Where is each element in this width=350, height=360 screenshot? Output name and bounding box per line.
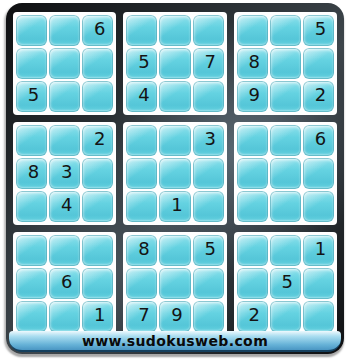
cell-r1c2[interactable] <box>49 15 80 46</box>
cell-r5c3[interactable] <box>82 158 113 189</box>
cell-r7c3[interactable] <box>82 235 113 266</box>
cell-r4c6[interactable]: 3 <box>193 125 224 156</box>
cell-digit: 1 <box>171 196 182 214</box>
cell-r5c1[interactable]: 8 <box>16 158 47 189</box>
cell-r3c3[interactable] <box>82 81 113 112</box>
cell-r9c1[interactable] <box>16 301 47 332</box>
cell-digit: 4 <box>61 196 72 214</box>
sudoku-board: 65 574 5892 2834 31 6 61 8579 152 <box>13 12 337 335</box>
sudoku-box: 61 <box>13 232 116 335</box>
cell-r8c7[interactable] <box>237 268 268 299</box>
cell-r4c7[interactable] <box>237 125 268 156</box>
cell-r5c6[interactable] <box>193 158 224 189</box>
cell-r3c1[interactable]: 5 <box>16 81 47 112</box>
cell-digit: 2 <box>315 86 326 104</box>
cell-r2c2[interactable] <box>49 48 80 79</box>
cell-r9c5[interactable]: 9 <box>159 301 190 332</box>
cell-r5c5[interactable] <box>159 158 190 189</box>
cell-r8c6[interactable] <box>193 268 224 299</box>
cell-digit: 5 <box>315 20 326 38</box>
cell-r2c7[interactable]: 8 <box>237 48 268 79</box>
cell-r4c9[interactable]: 6 <box>303 125 334 156</box>
cell-r2c3[interactable] <box>82 48 113 79</box>
cell-digit: 3 <box>204 130 215 148</box>
cell-digit: 2 <box>94 130 105 148</box>
cell-r2c4[interactable]: 5 <box>126 48 157 79</box>
cell-r6c4[interactable] <box>126 191 157 222</box>
cell-digit: 3 <box>61 163 72 181</box>
cell-digit: 4 <box>138 86 149 104</box>
cell-r2c8[interactable] <box>270 48 301 79</box>
cell-digit: 8 <box>28 163 39 181</box>
cell-r3c4[interactable]: 4 <box>126 81 157 112</box>
cell-digit: 6 <box>315 130 326 148</box>
cell-r4c2[interactable] <box>49 125 80 156</box>
cell-r5c2[interactable]: 3 <box>49 158 80 189</box>
cell-r7c4[interactable]: 8 <box>126 235 157 266</box>
cell-r5c7[interactable] <box>237 158 268 189</box>
cell-r4c4[interactable] <box>126 125 157 156</box>
cell-r9c4[interactable]: 7 <box>126 301 157 332</box>
cell-digit: 8 <box>138 240 149 258</box>
cell-digit: 5 <box>138 53 149 71</box>
cell-r6c7[interactable] <box>237 191 268 222</box>
cell-r1c1[interactable] <box>16 15 47 46</box>
cell-r1c3[interactable]: 6 <box>82 15 113 46</box>
cell-r1c7[interactable] <box>237 15 268 46</box>
cell-r8c2[interactable]: 6 <box>49 268 80 299</box>
cell-r3c8[interactable] <box>270 81 301 112</box>
cell-r6c9[interactable] <box>303 191 334 222</box>
cell-r3c6[interactable] <box>193 81 224 112</box>
cell-r8c4[interactable] <box>126 268 157 299</box>
cell-r9c6[interactable] <box>193 301 224 332</box>
sudoku-box: 152 <box>234 232 337 335</box>
cell-r1c6[interactable] <box>193 15 224 46</box>
footer-bar: www.sudokusweb.com <box>9 331 341 352</box>
sudoku-box: 574 <box>123 12 226 115</box>
cell-r6c6[interactable] <box>193 191 224 222</box>
cell-r7c2[interactable] <box>49 235 80 266</box>
cell-r7c7[interactable] <box>237 235 268 266</box>
sudoku-box: 31 <box>123 122 226 225</box>
cell-digit: 6 <box>61 273 72 291</box>
cell-digit: 5 <box>282 273 293 291</box>
sudoku-box: 65 <box>13 12 116 115</box>
cell-r6c1[interactable] <box>16 191 47 222</box>
cell-r5c4[interactable] <box>126 158 157 189</box>
cell-r7c5[interactable] <box>159 235 190 266</box>
cell-r1c5[interactable] <box>159 15 190 46</box>
cell-r3c5[interactable] <box>159 81 190 112</box>
cell-r8c1[interactable] <box>16 268 47 299</box>
cell-r7c1[interactable] <box>16 235 47 266</box>
cell-r6c2[interactable]: 4 <box>49 191 80 222</box>
cell-digit: 9 <box>248 86 259 104</box>
cell-r2c9[interactable] <box>303 48 334 79</box>
cell-r8c8[interactable]: 5 <box>270 268 301 299</box>
cell-r3c9[interactable]: 2 <box>303 81 334 112</box>
cell-r1c4[interactable] <box>126 15 157 46</box>
cell-digit: 1 <box>94 306 105 324</box>
cell-r1c8[interactable] <box>270 15 301 46</box>
cell-r2c1[interactable] <box>16 48 47 79</box>
cell-r5c9[interactable] <box>303 158 334 189</box>
cell-r9c8[interactable] <box>270 301 301 332</box>
cell-r3c2[interactable] <box>49 81 80 112</box>
cell-digit: 7 <box>204 53 215 71</box>
cell-r1c9[interactable]: 5 <box>303 15 334 46</box>
cell-r9c9[interactable] <box>303 301 334 332</box>
cell-digit: 6 <box>94 20 105 38</box>
sudoku-box: 8579 <box>123 232 226 335</box>
cell-r7c9[interactable]: 1 <box>303 235 334 266</box>
cell-digit: 5 <box>28 86 39 104</box>
sudoku-box: 6 <box>234 122 337 225</box>
cell-r2c6[interactable]: 7 <box>193 48 224 79</box>
cell-r4c8[interactable] <box>270 125 301 156</box>
cell-digit: 8 <box>248 53 259 71</box>
cell-r5c8[interactable] <box>270 158 301 189</box>
cell-r9c7[interactable]: 2 <box>237 301 268 332</box>
cell-r6c8[interactable] <box>270 191 301 222</box>
cell-r2c5[interactable] <box>159 48 190 79</box>
cell-r7c6[interactable]: 5 <box>193 235 224 266</box>
cell-r6c3[interactable] <box>82 191 113 222</box>
cell-digit: 7 <box>138 306 149 324</box>
cell-digit: 5 <box>204 240 215 258</box>
cell-r8c9[interactable] <box>303 268 334 299</box>
cell-r8c5[interactable] <box>159 268 190 299</box>
sudoku-box: 5892 <box>234 12 337 115</box>
cell-r7c8[interactable] <box>270 235 301 266</box>
cell-r6c5[interactable]: 1 <box>159 191 190 222</box>
cell-digit: 1 <box>315 240 326 258</box>
cell-r4c3[interactable]: 2 <box>82 125 113 156</box>
cell-r9c3[interactable]: 1 <box>82 301 113 332</box>
board-frame: 65 574 5892 2834 31 6 61 8579 152 www.su… <box>6 3 344 354</box>
sudoku-box: 2834 <box>13 122 116 225</box>
cell-r8c3[interactable] <box>82 268 113 299</box>
cell-r4c1[interactable] <box>16 125 47 156</box>
cell-digit: 2 <box>248 306 259 324</box>
cell-r9c2[interactable] <box>49 301 80 332</box>
website-url[interactable]: www.sudokusweb.com <box>82 333 268 349</box>
cell-r4c5[interactable] <box>159 125 190 156</box>
cell-r3c7[interactable]: 9 <box>237 81 268 112</box>
cell-digit: 9 <box>171 306 182 324</box>
